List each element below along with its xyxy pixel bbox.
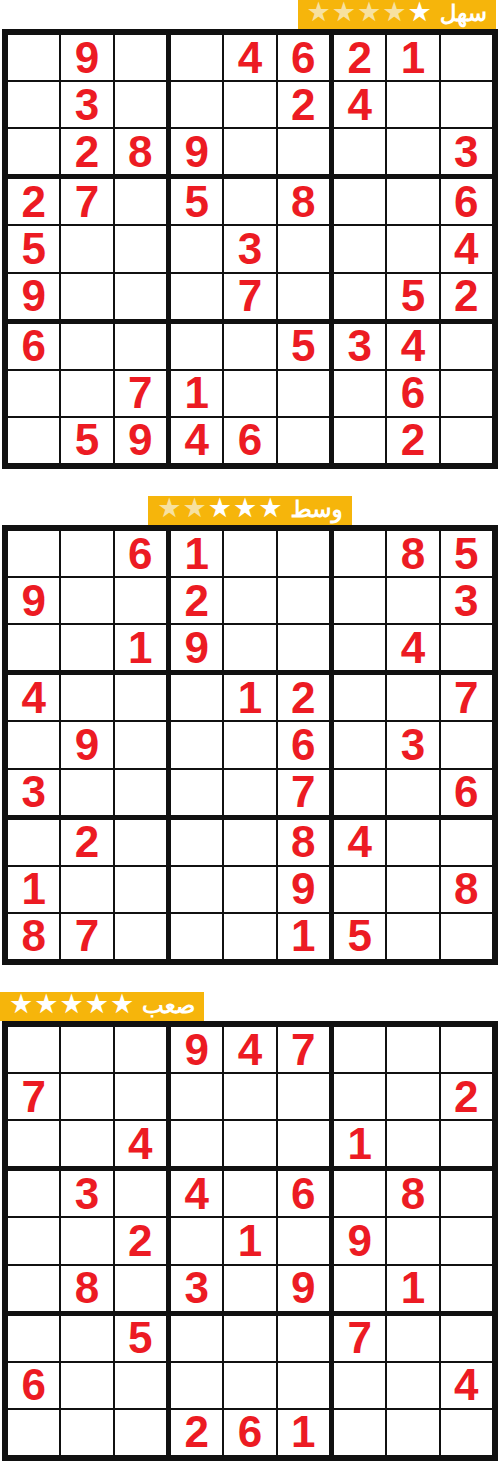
sudoku-cell-given[interactable]: 3 xyxy=(441,578,492,623)
sudoku-cell-given[interactable]: 2 xyxy=(441,1074,492,1119)
sudoku-cell-given[interactable]: 3 xyxy=(8,770,59,815)
sudoku-cell-empty[interactable] xyxy=(387,578,438,623)
sudoku-cell-given[interactable]: 3 xyxy=(334,324,385,369)
sudoku-cell-empty[interactable] xyxy=(278,371,329,416)
sudoku-cell-empty[interactable] xyxy=(61,1121,112,1166)
sudoku-cell-empty[interactable] xyxy=(171,1363,222,1408)
sudoku-cell-given[interactable]: 2 xyxy=(171,578,222,623)
sudoku-cell-empty[interactable] xyxy=(334,625,385,670)
sudoku-cell-empty[interactable] xyxy=(278,129,329,174)
difficulty-stars: ★★★★★ xyxy=(157,497,282,524)
sudoku-box: 21 xyxy=(334,1027,492,1166)
puzzle-hard: ★★★★★ صعب 7494721328461398915626174 xyxy=(0,992,500,1461)
star-unfilled-icon: ★ xyxy=(183,495,207,522)
sudoku-cell-given[interactable]: 2 xyxy=(61,129,112,174)
sudoku-cell-given[interactable]: 5 xyxy=(171,179,222,224)
sudoku-cell-empty[interactable] xyxy=(278,1074,329,1119)
sudoku-cell-empty[interactable] xyxy=(61,770,112,815)
sudoku-cell-empty[interactable] xyxy=(441,418,492,463)
sudoku-cell-empty[interactable] xyxy=(387,1410,438,1455)
sudoku-cell-given[interactable]: 3 xyxy=(171,1266,222,1311)
difficulty-label: صعب xyxy=(142,994,195,1017)
sudoku-cell-given[interactable]: 1 xyxy=(278,1410,329,1455)
sudoku-cell-given[interactable]: 7 xyxy=(334,1316,385,1361)
difficulty-label: وسط xyxy=(290,498,342,521)
star-unfilled-icon: ★ xyxy=(332,0,356,26)
sudoku-box: 1267 xyxy=(171,675,329,814)
sudoku-cell-empty[interactable] xyxy=(387,1027,438,1072)
puzzle-easy: ★★★★★ سهل 932846292143275958376452675951… xyxy=(0,0,500,469)
sudoku-cell-given[interactable]: 1 xyxy=(171,531,222,576)
sudoku-cell-given[interactable]: 2 xyxy=(441,274,492,319)
sudoku-cell-empty[interactable] xyxy=(171,1074,222,1119)
sudoku-cell-empty[interactable] xyxy=(387,1074,438,1119)
sudoku-cell-empty[interactable] xyxy=(224,770,275,815)
sudoku-cell-empty[interactable] xyxy=(171,675,222,720)
sudoku-box: 891 xyxy=(171,820,329,959)
sudoku-grid-easy: 932846292143275958376452675951463462 xyxy=(2,29,498,469)
sudoku-cell-empty[interactable] xyxy=(171,82,222,127)
sudoku-cell-empty[interactable] xyxy=(387,226,438,271)
sudoku-cell-empty[interactable] xyxy=(61,1218,112,1263)
sudoku-cell-given[interactable]: 1 xyxy=(115,625,166,670)
sudoku-box: 2143 xyxy=(334,35,492,174)
sudoku-cell-empty[interactable] xyxy=(61,1027,112,1072)
sudoku-cell-empty[interactable] xyxy=(8,1410,59,1455)
sudoku-cell-empty[interactable] xyxy=(224,531,275,576)
sudoku-box: 891 xyxy=(334,1171,492,1310)
sudoku-cell-given[interactable]: 4 xyxy=(334,82,385,127)
sudoku-cell-empty[interactable] xyxy=(61,531,112,576)
sudoku-cell-empty[interactable] xyxy=(115,1363,166,1408)
star-filled-icon: ★ xyxy=(85,991,109,1018)
sudoku-box: 2759 xyxy=(8,179,166,318)
sudoku-cell-empty[interactable] xyxy=(115,35,166,80)
sudoku-cell-given[interactable]: 4 xyxy=(441,1363,492,1408)
sudoku-cell-empty[interactable] xyxy=(441,625,492,670)
sudoku-cell-empty[interactable] xyxy=(115,324,166,369)
sudoku-cell-empty[interactable] xyxy=(115,226,166,271)
difficulty-banner-medium: ★★★★★ وسط xyxy=(148,496,351,525)
sudoku-cell-empty[interactable] xyxy=(441,1218,492,1263)
sudoku-cell-given[interactable]: 4 xyxy=(224,35,275,80)
sudoku-box: 5837 xyxy=(171,179,329,318)
sudoku-cell-given[interactable]: 4 xyxy=(441,226,492,271)
sudoku-cell-empty[interactable] xyxy=(278,1121,329,1166)
sudoku-cell-empty[interactable] xyxy=(115,1410,166,1455)
sudoku-cell-empty[interactable] xyxy=(171,274,222,319)
sudoku-cell-empty[interactable] xyxy=(334,418,385,463)
sudoku-box: 485 xyxy=(334,820,492,959)
sudoku-cell-given[interactable]: 4 xyxy=(334,820,385,865)
sudoku-cell-empty[interactable] xyxy=(171,722,222,767)
sudoku-cell-empty[interactable] xyxy=(441,35,492,80)
sudoku-cell-empty[interactable] xyxy=(8,820,59,865)
sudoku-cell-empty[interactable] xyxy=(278,274,329,319)
sudoku-cell-given[interactable]: 1 xyxy=(8,867,59,912)
sudoku-cell-given[interactable]: 7 xyxy=(224,274,275,319)
sudoku-cell-empty[interactable] xyxy=(334,179,385,224)
sudoku-cell-empty[interactable] xyxy=(171,226,222,271)
sudoku-cell-empty[interactable] xyxy=(8,625,59,670)
sudoku-cell-given[interactable]: 8 xyxy=(61,1266,112,1311)
sudoku-cell-empty[interactable] xyxy=(8,531,59,576)
sudoku-cell-empty[interactable] xyxy=(61,867,112,912)
sudoku-cell-empty[interactable] xyxy=(224,179,275,224)
sudoku-cell-given[interactable]: 2 xyxy=(61,820,112,865)
sudoku-cell-empty[interactable] xyxy=(115,1171,166,1216)
sudoku-cell-empty[interactable] xyxy=(387,770,438,815)
sudoku-cell-empty[interactable] xyxy=(334,770,385,815)
sudoku-cell-empty[interactable] xyxy=(8,82,59,127)
puzzle-medium: ★★★★★ وسط 691129853449312677362187891485 xyxy=(0,496,500,965)
sudoku-cell-given[interactable]: 6 xyxy=(278,35,329,80)
sudoku-cell-empty[interactable] xyxy=(441,1171,492,1216)
sudoku-cell-empty[interactable] xyxy=(115,867,166,912)
sudoku-cell-given[interactable]: 5 xyxy=(387,274,438,319)
sudoku-cell-given[interactable]: 1 xyxy=(224,1218,275,1263)
sudoku-cell-empty[interactable] xyxy=(61,371,112,416)
sudoku-cell-given[interactable]: 6 xyxy=(441,770,492,815)
sudoku-cell-empty[interactable] xyxy=(278,578,329,623)
sudoku-cell-empty[interactable] xyxy=(441,1316,492,1361)
sudoku-cell-given[interactable]: 7 xyxy=(278,770,329,815)
sudoku-box: 8534 xyxy=(334,531,492,670)
sudoku-cell-empty[interactable] xyxy=(224,625,275,670)
sudoku-cell-given[interactable]: 1 xyxy=(387,1266,438,1311)
sudoku-cell-given[interactable]: 8 xyxy=(387,531,438,576)
sudoku-cell-given[interactable]: 6 xyxy=(224,1410,275,1455)
sudoku-cell-given[interactable]: 8 xyxy=(387,1171,438,1216)
sudoku-cell-empty[interactable] xyxy=(115,578,166,623)
sudoku-cell-empty[interactable] xyxy=(8,1266,59,1311)
sudoku-cell-given[interactable]: 9 xyxy=(171,1027,222,1072)
sudoku-cell-given[interactable]: 7 xyxy=(115,371,166,416)
sudoku-cell-given[interactable]: 8 xyxy=(278,820,329,865)
sudoku-box: 129 xyxy=(171,531,329,670)
sudoku-cell-empty[interactable] xyxy=(334,1410,385,1455)
star-unfilled-icon: ★ xyxy=(357,0,381,26)
sudoku-cell-empty[interactable] xyxy=(334,226,385,271)
sudoku-box: 74 xyxy=(8,1027,166,1166)
sudoku-cell-empty[interactable] xyxy=(8,722,59,767)
sudoku-cell-given[interactable]: 2 xyxy=(334,35,385,80)
sudoku-cell-empty[interactable] xyxy=(387,1121,438,1166)
difficulty-banner-hard: ★★★★★ صعب xyxy=(0,992,204,1021)
sudoku-cell-empty[interactable] xyxy=(224,324,275,369)
sudoku-cell-empty[interactable] xyxy=(334,1363,385,1408)
sudoku-cell-empty[interactable] xyxy=(61,324,112,369)
star-unfilled-icon: ★ xyxy=(307,0,331,26)
sudoku-cell-given[interactable]: 6 xyxy=(8,1363,59,1408)
sudoku-cell-given[interactable]: 4 xyxy=(387,324,438,369)
sudoku-cell-empty[interactable] xyxy=(387,867,438,912)
star-filled-icon: ★ xyxy=(233,495,257,522)
sudoku-cell-given[interactable]: 5 xyxy=(441,531,492,576)
sudoku-cell-empty[interactable] xyxy=(278,418,329,463)
sudoku-cell-given[interactable]: 9 xyxy=(171,625,222,670)
sudoku-cell-empty[interactable] xyxy=(115,1074,166,1119)
sudoku-grid-medium: 691129853449312677362187891485 xyxy=(2,525,498,965)
sudoku-cell-empty[interactable] xyxy=(441,1121,492,1166)
difficulty-stars: ★★★★★ xyxy=(9,993,134,1020)
sudoku-cell-empty[interactable] xyxy=(224,371,275,416)
sudoku-box: 9328 xyxy=(8,35,166,174)
sudoku-cell-empty[interactable] xyxy=(387,82,438,127)
sudoku-cell-given[interactable]: 8 xyxy=(8,914,59,959)
sudoku-box: 261 xyxy=(171,1316,329,1455)
sudoku-cell-given[interactable]: 1 xyxy=(334,1121,385,1166)
sudoku-cell-given[interactable]: 4 xyxy=(8,675,59,720)
sudoku-cell-empty[interactable] xyxy=(441,1266,492,1311)
sudoku-cell-empty[interactable] xyxy=(224,914,275,959)
sudoku-cell-given[interactable]: 4 xyxy=(171,418,222,463)
sudoku-grid-hard: 7494721328461398915626174 xyxy=(2,1021,498,1461)
star-unfilled-icon: ★ xyxy=(157,495,181,522)
sudoku-cell-given[interactable]: 6 xyxy=(278,722,329,767)
sudoku-cell-given[interactable]: 2 xyxy=(278,675,329,720)
sudoku-cell-given[interactable]: 9 xyxy=(8,578,59,623)
sudoku-cell-given[interactable]: 3 xyxy=(224,226,275,271)
sudoku-box: 6452 xyxy=(334,179,492,318)
sudoku-cell-empty[interactable] xyxy=(171,1218,222,1263)
difficulty-label: سهل xyxy=(440,2,487,25)
sudoku-box: 691 xyxy=(8,531,166,670)
sudoku-box: 493 xyxy=(8,675,166,814)
sudoku-cell-given[interactable]: 3 xyxy=(387,722,438,767)
sudoku-cell-empty[interactable] xyxy=(171,820,222,865)
star-filled-icon: ★ xyxy=(59,991,83,1018)
sudoku-cell-given[interactable]: 1 xyxy=(224,675,275,720)
sudoku-cell-empty[interactable] xyxy=(278,1218,329,1263)
sudoku-cell-empty[interactable] xyxy=(115,82,166,127)
sudoku-cell-empty[interactable] xyxy=(61,226,112,271)
sudoku-cell-empty[interactable] xyxy=(334,867,385,912)
sudoku-box: 736 xyxy=(334,675,492,814)
sudoku-cell-given[interactable]: 6 xyxy=(224,418,275,463)
sudoku-box: 4629 xyxy=(171,35,329,174)
sudoku-cell-given[interactable]: 1 xyxy=(171,371,222,416)
sudoku-cell-given[interactable]: 4 xyxy=(171,1171,222,1216)
sudoku-cell-empty[interactable] xyxy=(224,1171,275,1216)
star-filled-icon: ★ xyxy=(258,495,282,522)
sudoku-cell-given[interactable]: 7 xyxy=(61,179,112,224)
sudoku-box: 46139 xyxy=(171,1171,329,1310)
sudoku-cell-empty[interactable] xyxy=(387,1316,438,1361)
sudoku-cell-empty[interactable] xyxy=(61,1410,112,1455)
sudoku-cell-empty[interactable] xyxy=(334,129,385,174)
sudoku-cell-empty[interactable] xyxy=(278,531,329,576)
sudoku-cell-given[interactable]: 6 xyxy=(441,179,492,224)
sudoku-cell-empty[interactable] xyxy=(334,675,385,720)
sudoku-cell-empty[interactable] xyxy=(115,820,166,865)
sudoku-cell-empty[interactable] xyxy=(8,129,59,174)
sudoku-cell-empty[interactable] xyxy=(8,35,59,80)
sudoku-cell-given[interactable]: 7 xyxy=(278,1027,329,1072)
sudoku-cell-given[interactable]: 8 xyxy=(278,179,329,224)
sudoku-cell-empty[interactable] xyxy=(334,578,385,623)
sudoku-cell-given[interactable]: 3 xyxy=(61,1171,112,1216)
sudoku-cell-empty[interactable] xyxy=(441,371,492,416)
sudoku-cell-given[interactable]: 5 xyxy=(115,1316,166,1361)
sudoku-cell-given[interactable]: 1 xyxy=(278,914,329,959)
sudoku-cell-empty[interactable] xyxy=(224,578,275,623)
sudoku-cell-given[interactable]: 6 xyxy=(278,1171,329,1216)
sudoku-cell-empty[interactable] xyxy=(441,324,492,369)
sudoku-cell-empty[interactable] xyxy=(115,1266,166,1311)
sudoku-cell-empty[interactable] xyxy=(224,1074,275,1119)
sudoku-cell-empty[interactable] xyxy=(387,675,438,720)
sudoku-cell-empty[interactable] xyxy=(224,722,275,767)
sudoku-cell-given[interactable]: 9 xyxy=(8,274,59,319)
sudoku-box: 6759 xyxy=(8,324,166,463)
sudoku-box: 56 xyxy=(8,1316,166,1455)
sudoku-cell-empty[interactable] xyxy=(115,770,166,815)
sudoku-cell-empty[interactable] xyxy=(278,1316,329,1361)
sudoku-cell-empty[interactable] xyxy=(171,1121,222,1166)
sudoku-cell-empty[interactable] xyxy=(334,531,385,576)
sudoku-cell-given[interactable]: 4 xyxy=(224,1027,275,1072)
difficulty-banner-easy: ★★★★★ سهل xyxy=(298,0,496,29)
sudoku-cell-empty[interactable] xyxy=(8,1218,59,1263)
sudoku-cell-given[interactable]: 5 xyxy=(334,914,385,959)
star-filled-icon: ★ xyxy=(208,495,232,522)
sudoku-cell-empty[interactable] xyxy=(115,179,166,224)
sudoku-cell-empty[interactable] xyxy=(387,179,438,224)
sudoku-cell-empty[interactable] xyxy=(171,770,222,815)
star-filled-icon: ★ xyxy=(110,991,134,1018)
sudoku-cell-given[interactable]: 5 xyxy=(278,324,329,369)
sudoku-cell-given[interactable]: 2 xyxy=(171,1410,222,1455)
sudoku-cell-empty[interactable] xyxy=(8,1316,59,1361)
star-unfilled-icon: ★ xyxy=(382,0,406,26)
sudoku-cell-given[interactable]: 9 xyxy=(61,35,112,80)
sudoku-cell-empty[interactable] xyxy=(171,35,222,80)
sudoku-cell-given[interactable]: 4 xyxy=(115,1121,166,1166)
star-filled-icon: ★ xyxy=(407,0,431,26)
sudoku-cell-empty[interactable] xyxy=(334,722,385,767)
sudoku-cell-empty[interactable] xyxy=(8,1027,59,1072)
sudoku-cell-empty[interactable] xyxy=(115,1027,166,1072)
sudoku-cell-given[interactable]: 7 xyxy=(441,675,492,720)
sudoku-cell-given[interactable]: 6 xyxy=(115,531,166,576)
sudoku-cell-given[interactable]: 8 xyxy=(441,867,492,912)
sudoku-cell-empty[interactable] xyxy=(334,1074,385,1119)
sudoku-cell-empty[interactable] xyxy=(115,274,166,319)
sudoku-cell-empty[interactable] xyxy=(441,1410,492,1455)
sudoku-cell-empty[interactable] xyxy=(224,1316,275,1361)
sudoku-cell-empty[interactable] xyxy=(441,1027,492,1072)
sudoku-cell-given[interactable]: 2 xyxy=(387,418,438,463)
sudoku-cell-empty[interactable] xyxy=(441,82,492,127)
sudoku-cell-empty[interactable] xyxy=(171,914,222,959)
sudoku-cell-given[interactable]: 9 xyxy=(115,418,166,463)
sudoku-cell-empty[interactable] xyxy=(334,371,385,416)
sudoku-cell-empty[interactable] xyxy=(115,914,166,959)
sudoku-cell-empty[interactable] xyxy=(278,625,329,670)
sudoku-cell-empty[interactable] xyxy=(61,274,112,319)
sudoku-cell-given[interactable]: 5 xyxy=(61,418,112,463)
sudoku-cell-empty[interactable] xyxy=(61,625,112,670)
sudoku-cell-given[interactable]: 9 xyxy=(278,867,329,912)
sudoku-cell-empty[interactable] xyxy=(171,1316,222,1361)
sudoku-cell-given[interactable]: 6 xyxy=(387,371,438,416)
star-filled-icon: ★ xyxy=(34,991,58,1018)
sudoku-cell-empty[interactable] xyxy=(278,1363,329,1408)
sudoku-cell-given[interactable]: 9 xyxy=(334,1218,385,1263)
sudoku-cell-empty[interactable] xyxy=(8,1121,59,1166)
sudoku-cell-given[interactable]: 2 xyxy=(115,1218,166,1263)
sudoku-cell-empty[interactable] xyxy=(334,1171,385,1216)
sudoku-cell-empty[interactable] xyxy=(441,820,492,865)
sudoku-box: 947 xyxy=(171,1027,329,1166)
sudoku-cell-empty[interactable] xyxy=(224,1363,275,1408)
sudoku-cell-given[interactable]: 9 xyxy=(171,129,222,174)
sudoku-cell-given[interactable]: 7 xyxy=(8,1074,59,1119)
sudoku-cell-given[interactable]: 5 xyxy=(8,226,59,271)
sudoku-cell-empty[interactable] xyxy=(387,1218,438,1263)
sudoku-cell-given[interactable]: 1 xyxy=(387,35,438,80)
sudoku-cell-empty[interactable] xyxy=(8,1171,59,1216)
sudoku-cell-empty[interactable] xyxy=(224,82,275,127)
sudoku-cell-empty[interactable] xyxy=(115,675,166,720)
sudoku-box: 3462 xyxy=(334,324,492,463)
sudoku-cell-empty[interactable] xyxy=(8,371,59,416)
sudoku-box: 74 xyxy=(334,1316,492,1455)
sudoku-cell-empty[interactable] xyxy=(224,867,275,912)
sudoku-cell-given[interactable]: 3 xyxy=(441,129,492,174)
sudoku-cell-given[interactable]: 2 xyxy=(278,82,329,127)
sudoku-box: 5146 xyxy=(171,324,329,463)
sudoku-cell-given[interactable]: 3 xyxy=(61,82,112,127)
sudoku-cell-empty[interactable] xyxy=(115,722,166,767)
sudoku-cell-empty[interactable] xyxy=(387,129,438,174)
sudoku-cell-empty[interactable] xyxy=(8,418,59,463)
sudoku-cell-empty[interactable] xyxy=(278,226,329,271)
sudoku-cell-empty[interactable] xyxy=(441,914,492,959)
difficulty-stars: ★★★★★ xyxy=(307,1,432,28)
sudoku-cell-empty[interactable] xyxy=(224,1121,275,1166)
sudoku-cell-empty[interactable] xyxy=(224,129,275,174)
sudoku-cell-empty[interactable] xyxy=(387,820,438,865)
sudoku-cell-given[interactable]: 7 xyxy=(61,914,112,959)
sudoku-cell-empty[interactable] xyxy=(334,274,385,319)
sudoku-cell-given[interactable]: 6 xyxy=(8,324,59,369)
sudoku-cell-empty[interactable] xyxy=(61,1316,112,1361)
sudoku-cell-given[interactable]: 9 xyxy=(278,1266,329,1311)
sudoku-cell-empty[interactable] xyxy=(61,1363,112,1408)
sudoku-cell-empty[interactable] xyxy=(61,578,112,623)
sudoku-cell-empty[interactable] xyxy=(61,1074,112,1119)
sudoku-cell-empty[interactable] xyxy=(334,1266,385,1311)
sudoku-cell-empty[interactable] xyxy=(171,324,222,369)
sudoku-cell-given[interactable]: 8 xyxy=(115,129,166,174)
sudoku-cell-empty[interactable] xyxy=(171,867,222,912)
sudoku-box: 328 xyxy=(8,1171,166,1310)
sudoku-cell-given[interactable]: 4 xyxy=(387,625,438,670)
sudoku-cell-empty[interactable] xyxy=(224,820,275,865)
sudoku-cell-empty[interactable] xyxy=(224,1266,275,1311)
sudoku-cell-empty[interactable] xyxy=(387,914,438,959)
sudoku-box: 2187 xyxy=(8,820,166,959)
sudoku-cell-given[interactable]: 9 xyxy=(61,722,112,767)
sudoku-cell-given[interactable]: 2 xyxy=(8,179,59,224)
sudoku-cell-empty[interactable] xyxy=(334,1027,385,1072)
sudoku-cell-empty[interactable] xyxy=(441,722,492,767)
star-filled-icon: ★ xyxy=(9,991,33,1018)
sudoku-cell-empty[interactable] xyxy=(61,675,112,720)
sudoku-cell-empty[interactable] xyxy=(387,1363,438,1408)
